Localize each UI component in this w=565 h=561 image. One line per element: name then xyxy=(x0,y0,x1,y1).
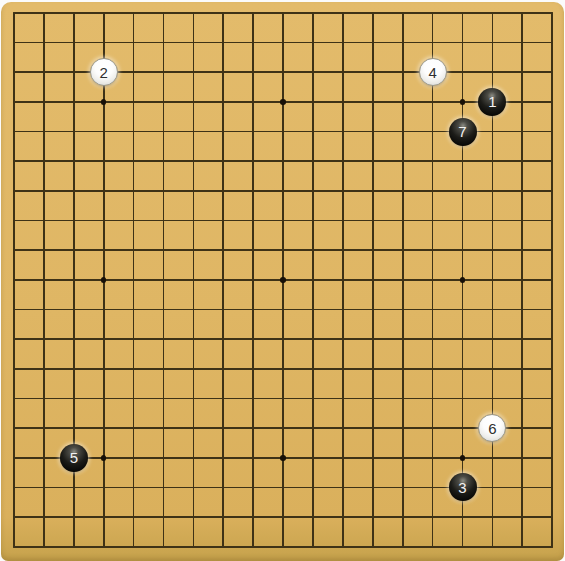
intersection-F11[interactable] xyxy=(149,235,179,265)
intersection-B6[interactable] xyxy=(29,384,59,414)
intersection-S9[interactable] xyxy=(507,295,537,325)
intersection-P3[interactable] xyxy=(418,473,448,503)
intersection-P7[interactable] xyxy=(418,354,448,384)
intersection-T8[interactable] xyxy=(537,324,564,354)
intersection-F1[interactable] xyxy=(149,532,179,561)
intersection-N18[interactable] xyxy=(358,28,388,58)
intersection-O5[interactable] xyxy=(388,413,418,443)
intersection-J1[interactable] xyxy=(238,532,268,561)
intersection-T16[interactable] xyxy=(537,87,564,117)
intersection-B1[interactable] xyxy=(29,532,59,561)
intersection-S5[interactable] xyxy=(507,413,537,443)
intersection-C4[interactable]: 5 xyxy=(59,443,89,473)
intersection-B11[interactable] xyxy=(29,235,59,265)
intersection-Q13[interactable] xyxy=(448,176,478,206)
intersection-E8[interactable] xyxy=(119,324,149,354)
intersection-Q2[interactable] xyxy=(448,502,478,532)
go-board[interactable]: 2417653 xyxy=(1,2,564,561)
intersection-H1[interactable] xyxy=(208,532,238,561)
intersection-H3[interactable] xyxy=(208,473,238,503)
intersection-O17[interactable] xyxy=(388,57,418,87)
intersection-L18[interactable] xyxy=(298,28,328,58)
intersection-Q15[interactable]: 7 xyxy=(448,117,478,147)
intersection-A4[interactable] xyxy=(1,443,29,473)
intersection-E11[interactable] xyxy=(119,235,149,265)
intersection-G3[interactable] xyxy=(178,473,208,503)
intersection-Q9[interactable] xyxy=(448,295,478,325)
intersection-Q10[interactable] xyxy=(448,265,478,295)
intersection-E18[interactable] xyxy=(119,28,149,58)
intersection-R15[interactable] xyxy=(477,117,507,147)
intersection-G1[interactable] xyxy=(178,532,208,561)
intersection-D2[interactable] xyxy=(89,502,119,532)
intersection-P19[interactable] xyxy=(418,2,448,28)
intersection-E17[interactable] xyxy=(119,57,149,87)
intersection-R1[interactable] xyxy=(477,532,507,561)
intersection-M16[interactable] xyxy=(328,87,358,117)
intersection-B18[interactable] xyxy=(29,28,59,58)
intersection-H2[interactable] xyxy=(208,502,238,532)
intersection-C2[interactable] xyxy=(59,502,89,532)
intersection-L17[interactable] xyxy=(298,57,328,87)
intersection-S15[interactable] xyxy=(507,117,537,147)
intersection-M12[interactable] xyxy=(328,206,358,236)
intersection-Q18[interactable] xyxy=(448,28,478,58)
intersection-G11[interactable] xyxy=(178,235,208,265)
intersection-B10[interactable] xyxy=(29,265,59,295)
intersection-G9[interactable] xyxy=(178,295,208,325)
intersection-E2[interactable] xyxy=(119,502,149,532)
intersection-T4[interactable] xyxy=(537,443,564,473)
intersection-K16[interactable] xyxy=(268,87,298,117)
intersection-C19[interactable] xyxy=(59,2,89,28)
intersection-G8[interactable] xyxy=(178,324,208,354)
intersection-H18[interactable] xyxy=(208,28,238,58)
intersection-F10[interactable] xyxy=(149,265,179,295)
intersection-T11[interactable] xyxy=(537,235,564,265)
intersection-B8[interactable] xyxy=(29,324,59,354)
intersection-N6[interactable] xyxy=(358,384,388,414)
intersection-S14[interactable] xyxy=(507,146,537,176)
intersection-D1[interactable] xyxy=(89,532,119,561)
intersection-Q12[interactable] xyxy=(448,206,478,236)
intersection-J18[interactable] xyxy=(238,28,268,58)
intersection-A16[interactable] xyxy=(1,87,29,117)
intersection-Q11[interactable] xyxy=(448,235,478,265)
intersection-Q14[interactable] xyxy=(448,146,478,176)
intersection-T19[interactable] xyxy=(537,2,564,28)
intersection-O18[interactable] xyxy=(388,28,418,58)
intersection-F14[interactable] xyxy=(149,146,179,176)
intersection-E14[interactable] xyxy=(119,146,149,176)
intersection-D15[interactable] xyxy=(89,117,119,147)
intersection-G14[interactable] xyxy=(178,146,208,176)
intersection-S7[interactable] xyxy=(507,354,537,384)
intersection-P16[interactable] xyxy=(418,87,448,117)
intersection-L2[interactable] xyxy=(298,502,328,532)
intersection-O4[interactable] xyxy=(388,443,418,473)
intersection-F8[interactable] xyxy=(149,324,179,354)
intersection-K4[interactable] xyxy=(268,443,298,473)
intersection-L1[interactable] xyxy=(298,532,328,561)
intersection-H11[interactable] xyxy=(208,235,238,265)
intersection-C6[interactable] xyxy=(59,384,89,414)
intersection-C1[interactable] xyxy=(59,532,89,561)
intersection-B2[interactable] xyxy=(29,502,59,532)
intersection-C5[interactable] xyxy=(59,413,89,443)
intersection-D6[interactable] xyxy=(89,384,119,414)
intersection-J15[interactable] xyxy=(238,117,268,147)
intersection-N3[interactable] xyxy=(358,473,388,503)
intersection-B7[interactable] xyxy=(29,354,59,384)
intersection-B17[interactable] xyxy=(29,57,59,87)
intersection-H6[interactable] xyxy=(208,384,238,414)
intersection-L19[interactable] xyxy=(298,2,328,28)
intersection-J17[interactable] xyxy=(238,57,268,87)
intersection-L16[interactable] xyxy=(298,87,328,117)
intersection-R13[interactable] xyxy=(477,176,507,206)
intersection-P9[interactable] xyxy=(418,295,448,325)
intersection-K6[interactable] xyxy=(268,384,298,414)
intersection-K8[interactable] xyxy=(268,324,298,354)
intersection-C17[interactable] xyxy=(59,57,89,87)
intersection-O8[interactable] xyxy=(388,324,418,354)
intersection-O16[interactable] xyxy=(388,87,418,117)
intersection-T3[interactable] xyxy=(537,473,564,503)
intersection-S16[interactable] xyxy=(507,87,537,117)
intersection-M11[interactable] xyxy=(328,235,358,265)
intersection-S13[interactable] xyxy=(507,176,537,206)
intersection-N17[interactable] xyxy=(358,57,388,87)
intersection-G6[interactable] xyxy=(178,384,208,414)
intersection-D17[interactable]: 2 xyxy=(89,57,119,87)
intersection-E1[interactable] xyxy=(119,532,149,561)
intersection-J19[interactable] xyxy=(238,2,268,28)
intersection-K1[interactable] xyxy=(268,532,298,561)
intersection-P14[interactable] xyxy=(418,146,448,176)
intersection-T5[interactable] xyxy=(537,413,564,443)
intersection-E9[interactable] xyxy=(119,295,149,325)
intersection-N15[interactable] xyxy=(358,117,388,147)
intersection-L3[interactable] xyxy=(298,473,328,503)
intersection-Q19[interactable] xyxy=(448,2,478,28)
intersection-R12[interactable] xyxy=(477,206,507,236)
intersection-J16[interactable] xyxy=(238,87,268,117)
intersection-N8[interactable] xyxy=(358,324,388,354)
intersection-N9[interactable] xyxy=(358,295,388,325)
intersection-F13[interactable] xyxy=(149,176,179,206)
intersection-B16[interactable] xyxy=(29,87,59,117)
intersection-L14[interactable] xyxy=(298,146,328,176)
intersection-P17[interactable]: 4 xyxy=(418,57,448,87)
intersection-N13[interactable] xyxy=(358,176,388,206)
intersection-C8[interactable] xyxy=(59,324,89,354)
intersection-H17[interactable] xyxy=(208,57,238,87)
intersection-K10[interactable] xyxy=(268,265,298,295)
intersection-D13[interactable] xyxy=(89,176,119,206)
intersection-A3[interactable] xyxy=(1,473,29,503)
intersection-S4[interactable] xyxy=(507,443,537,473)
intersection-T12[interactable] xyxy=(537,206,564,236)
intersection-E7[interactable] xyxy=(119,354,149,384)
intersection-M5[interactable] xyxy=(328,413,358,443)
intersection-E6[interactable] xyxy=(119,384,149,414)
intersection-T2[interactable] xyxy=(537,502,564,532)
intersection-M8[interactable] xyxy=(328,324,358,354)
intersection-N4[interactable] xyxy=(358,443,388,473)
intersection-A13[interactable] xyxy=(1,176,29,206)
intersection-K13[interactable] xyxy=(268,176,298,206)
intersection-M9[interactable] xyxy=(328,295,358,325)
intersection-O6[interactable] xyxy=(388,384,418,414)
intersection-J4[interactable] xyxy=(238,443,268,473)
intersection-P5[interactable] xyxy=(418,413,448,443)
intersection-B12[interactable] xyxy=(29,206,59,236)
intersection-J6[interactable] xyxy=(238,384,268,414)
intersection-G17[interactable] xyxy=(178,57,208,87)
intersection-G4[interactable] xyxy=(178,443,208,473)
intersection-D8[interactable] xyxy=(89,324,119,354)
intersection-C14[interactable] xyxy=(59,146,89,176)
intersection-O11[interactable] xyxy=(388,235,418,265)
intersection-G2[interactable] xyxy=(178,502,208,532)
intersection-R14[interactable] xyxy=(477,146,507,176)
intersection-C3[interactable] xyxy=(59,473,89,503)
intersection-D9[interactable] xyxy=(89,295,119,325)
intersection-J5[interactable] xyxy=(238,413,268,443)
intersection-S10[interactable] xyxy=(507,265,537,295)
intersection-D10[interactable] xyxy=(89,265,119,295)
intersection-J3[interactable] xyxy=(238,473,268,503)
intersection-P13[interactable] xyxy=(418,176,448,206)
intersection-K15[interactable] xyxy=(268,117,298,147)
intersection-S11[interactable] xyxy=(507,235,537,265)
intersection-G15[interactable] xyxy=(178,117,208,147)
intersection-F16[interactable] xyxy=(149,87,179,117)
intersection-E15[interactable] xyxy=(119,117,149,147)
intersection-Q4[interactable] xyxy=(448,443,478,473)
intersection-E16[interactable] xyxy=(119,87,149,117)
intersection-N11[interactable] xyxy=(358,235,388,265)
intersection-Q3[interactable]: 3 xyxy=(448,473,478,503)
intersection-G16[interactable] xyxy=(178,87,208,117)
intersection-F12[interactable] xyxy=(149,206,179,236)
intersection-O15[interactable] xyxy=(388,117,418,147)
intersection-G10[interactable] xyxy=(178,265,208,295)
intersection-E5[interactable] xyxy=(119,413,149,443)
intersection-K2[interactable] xyxy=(268,502,298,532)
intersection-O3[interactable] xyxy=(388,473,418,503)
intersection-T1[interactable] xyxy=(537,532,564,561)
intersection-T10[interactable] xyxy=(537,265,564,295)
intersection-G18[interactable] xyxy=(178,28,208,58)
intersection-R10[interactable] xyxy=(477,265,507,295)
intersection-G12[interactable] xyxy=(178,206,208,236)
intersection-N19[interactable] xyxy=(358,2,388,28)
intersection-F18[interactable] xyxy=(149,28,179,58)
intersection-A15[interactable] xyxy=(1,117,29,147)
intersection-N7[interactable] xyxy=(358,354,388,384)
intersection-O12[interactable] xyxy=(388,206,418,236)
intersection-H12[interactable] xyxy=(208,206,238,236)
intersection-R3[interactable] xyxy=(477,473,507,503)
intersection-M15[interactable] xyxy=(328,117,358,147)
intersection-S3[interactable] xyxy=(507,473,537,503)
intersection-Q1[interactable] xyxy=(448,532,478,561)
intersection-S19[interactable] xyxy=(507,2,537,28)
intersection-H4[interactable] xyxy=(208,443,238,473)
intersection-D14[interactable] xyxy=(89,146,119,176)
intersection-K5[interactable] xyxy=(268,413,298,443)
intersection-B5[interactable] xyxy=(29,413,59,443)
intersection-C10[interactable] xyxy=(59,265,89,295)
intersection-J7[interactable] xyxy=(238,354,268,384)
intersection-A8[interactable] xyxy=(1,324,29,354)
intersection-B13[interactable] xyxy=(29,176,59,206)
intersection-H14[interactable] xyxy=(208,146,238,176)
intersection-T6[interactable] xyxy=(537,384,564,414)
intersection-N16[interactable] xyxy=(358,87,388,117)
intersection-T17[interactable] xyxy=(537,57,564,87)
intersection-C18[interactable] xyxy=(59,28,89,58)
intersection-B14[interactable] xyxy=(29,146,59,176)
intersection-O2[interactable] xyxy=(388,502,418,532)
intersection-A17[interactable] xyxy=(1,57,29,87)
intersection-H13[interactable] xyxy=(208,176,238,206)
intersection-A1[interactable] xyxy=(1,532,29,561)
intersection-A5[interactable] xyxy=(1,413,29,443)
intersection-R8[interactable] xyxy=(477,324,507,354)
intersection-A14[interactable] xyxy=(1,146,29,176)
intersection-M13[interactable] xyxy=(328,176,358,206)
intersection-M3[interactable] xyxy=(328,473,358,503)
intersection-L9[interactable] xyxy=(298,295,328,325)
intersection-G19[interactable] xyxy=(178,2,208,28)
intersection-T15[interactable] xyxy=(537,117,564,147)
intersection-M6[interactable] xyxy=(328,384,358,414)
intersection-E19[interactable] xyxy=(119,2,149,28)
intersection-G5[interactable] xyxy=(178,413,208,443)
intersection-D11[interactable] xyxy=(89,235,119,265)
intersection-A19[interactable] xyxy=(1,2,29,28)
intersection-K7[interactable] xyxy=(268,354,298,384)
intersection-P11[interactable] xyxy=(418,235,448,265)
intersection-S12[interactable] xyxy=(507,206,537,236)
intersection-O7[interactable] xyxy=(388,354,418,384)
intersection-D3[interactable] xyxy=(89,473,119,503)
intersection-P10[interactable] xyxy=(418,265,448,295)
intersection-R9[interactable] xyxy=(477,295,507,325)
intersection-J12[interactable] xyxy=(238,206,268,236)
intersection-L10[interactable] xyxy=(298,265,328,295)
intersection-D7[interactable] xyxy=(89,354,119,384)
intersection-H16[interactable] xyxy=(208,87,238,117)
intersection-M18[interactable] xyxy=(328,28,358,58)
intersection-A2[interactable] xyxy=(1,502,29,532)
intersection-P4[interactable] xyxy=(418,443,448,473)
intersection-L12[interactable] xyxy=(298,206,328,236)
intersection-R5[interactable]: 6 xyxy=(477,413,507,443)
intersection-L15[interactable] xyxy=(298,117,328,147)
intersection-F2[interactable] xyxy=(149,502,179,532)
intersection-D16[interactable] xyxy=(89,87,119,117)
intersection-T13[interactable] xyxy=(537,176,564,206)
intersection-A12[interactable] xyxy=(1,206,29,236)
intersection-T18[interactable] xyxy=(537,28,564,58)
intersection-P2[interactable] xyxy=(418,502,448,532)
intersection-D19[interactable] xyxy=(89,2,119,28)
intersection-J11[interactable] xyxy=(238,235,268,265)
intersection-R11[interactable] xyxy=(477,235,507,265)
intersection-C12[interactable] xyxy=(59,206,89,236)
intersection-D12[interactable] xyxy=(89,206,119,236)
intersection-P6[interactable] xyxy=(418,384,448,414)
intersection-T9[interactable] xyxy=(537,295,564,325)
intersection-C15[interactable] xyxy=(59,117,89,147)
intersection-D5[interactable] xyxy=(89,413,119,443)
intersection-Q8[interactable] xyxy=(448,324,478,354)
intersection-P12[interactable] xyxy=(418,206,448,236)
intersection-D18[interactable] xyxy=(89,28,119,58)
intersection-H8[interactable] xyxy=(208,324,238,354)
intersection-H5[interactable] xyxy=(208,413,238,443)
intersection-Q16[interactable] xyxy=(448,87,478,117)
intersection-Q6[interactable] xyxy=(448,384,478,414)
intersection-O13[interactable] xyxy=(388,176,418,206)
intersection-B9[interactable] xyxy=(29,295,59,325)
intersection-E4[interactable] xyxy=(119,443,149,473)
intersection-S6[interactable] xyxy=(507,384,537,414)
intersection-B3[interactable] xyxy=(29,473,59,503)
intersection-B4[interactable] xyxy=(29,443,59,473)
intersection-H9[interactable] xyxy=(208,295,238,325)
intersection-N5[interactable] xyxy=(358,413,388,443)
intersection-A18[interactable] xyxy=(1,28,29,58)
intersection-R7[interactable] xyxy=(477,354,507,384)
intersection-A6[interactable] xyxy=(1,384,29,414)
intersection-L6[interactable] xyxy=(298,384,328,414)
intersection-K11[interactable] xyxy=(268,235,298,265)
intersection-B19[interactable] xyxy=(29,2,59,28)
intersection-H19[interactable] xyxy=(208,2,238,28)
intersection-N1[interactable] xyxy=(358,532,388,561)
intersection-M14[interactable] xyxy=(328,146,358,176)
intersection-K14[interactable] xyxy=(268,146,298,176)
intersection-P1[interactable] xyxy=(418,532,448,561)
intersection-N2[interactable] xyxy=(358,502,388,532)
intersection-R16[interactable]: 1 xyxy=(477,87,507,117)
intersection-J8[interactable] xyxy=(238,324,268,354)
intersection-P18[interactable] xyxy=(418,28,448,58)
intersection-F3[interactable] xyxy=(149,473,179,503)
intersection-C11[interactable] xyxy=(59,235,89,265)
intersection-K12[interactable] xyxy=(268,206,298,236)
intersection-A11[interactable] xyxy=(1,235,29,265)
intersection-C9[interactable] xyxy=(59,295,89,325)
intersection-K9[interactable] xyxy=(268,295,298,325)
intersection-S8[interactable] xyxy=(507,324,537,354)
intersection-Q7[interactable] xyxy=(448,354,478,384)
intersection-S1[interactable] xyxy=(507,532,537,561)
intersection-L4[interactable] xyxy=(298,443,328,473)
intersection-R18[interactable] xyxy=(477,28,507,58)
intersection-H10[interactable] xyxy=(208,265,238,295)
intersection-M1[interactable] xyxy=(328,532,358,561)
intersection-N12[interactable] xyxy=(358,206,388,236)
intersection-Q17[interactable] xyxy=(448,57,478,87)
intersection-H15[interactable] xyxy=(208,117,238,147)
intersection-O10[interactable] xyxy=(388,265,418,295)
